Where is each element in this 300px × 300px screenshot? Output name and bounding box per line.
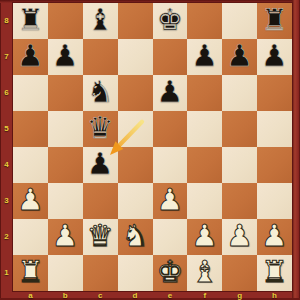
white-pawn-h2[interactable]: ♟ — [261, 221, 288, 251]
black-pawn-b7[interactable]: ♟ — [52, 41, 79, 71]
rank-label-5: 5 — [0, 125, 13, 133]
black-bishop-c8[interactable]: ♝ — [87, 5, 114, 35]
square-g8[interactable] — [222, 3, 257, 39]
white-queen-c2[interactable]: ♛ — [87, 221, 114, 251]
square-e1[interactable]: ♚ — [153, 255, 188, 291]
square-h8[interactable]: ♜ — [257, 3, 292, 39]
black-rook-h8[interactable]: ♜ — [261, 5, 288, 35]
square-e7[interactable] — [153, 39, 188, 75]
square-b4[interactable] — [48, 147, 83, 183]
square-h4[interactable] — [257, 147, 292, 183]
rank-label-4: 4 — [0, 161, 13, 169]
file-label-g: g — [222, 291, 257, 300]
square-b3[interactable] — [48, 183, 83, 219]
square-b1[interactable] — [48, 255, 83, 291]
file-labels: abcdefgh — [13, 291, 292, 300]
square-d5[interactable] — [118, 111, 153, 147]
black-queen-c5[interactable]: ♛ — [87, 113, 114, 143]
square-g2[interactable]: ♟ — [222, 219, 257, 255]
square-c3[interactable] — [83, 183, 118, 219]
rank-label-2: 2 — [0, 233, 13, 241]
square-d7[interactable] — [118, 39, 153, 75]
square-b7[interactable]: ♟ — [48, 39, 83, 75]
square-f6[interactable] — [187, 75, 222, 111]
square-e4[interactable] — [153, 147, 188, 183]
white-pawn-f2[interactable]: ♟ — [191, 221, 218, 251]
square-c7[interactable] — [83, 39, 118, 75]
square-a7[interactable]: ♟ — [13, 39, 48, 75]
square-g1[interactable] — [222, 255, 257, 291]
square-a4[interactable] — [13, 147, 48, 183]
file-label-d: d — [118, 291, 153, 300]
square-d6[interactable] — [118, 75, 153, 111]
square-f3[interactable] — [187, 183, 222, 219]
rank-label-6: 6 — [0, 89, 13, 97]
square-g6[interactable] — [222, 75, 257, 111]
square-d2[interactable]: ♞ — [118, 219, 153, 255]
square-f1[interactable]: ♝ — [187, 255, 222, 291]
square-e2[interactable] — [153, 219, 188, 255]
file-label-e: e — [153, 291, 188, 300]
white-bishop-f1[interactable]: ♝ — [191, 257, 218, 287]
square-c2[interactable]: ♛ — [83, 219, 118, 255]
file-label-f: f — [187, 291, 222, 300]
white-king-e1[interactable]: ♚ — [156, 257, 183, 287]
square-h5[interactable] — [257, 111, 292, 147]
chess-board[interactable]: ♜♝♚♜♟♟♟♟♟♞♟♛♟♟♟♟♛♞♟♟♟♜♚♝♜ — [13, 3, 292, 291]
square-h6[interactable] — [257, 75, 292, 111]
square-f5[interactable] — [187, 111, 222, 147]
file-label-a: a — [13, 291, 48, 300]
white-pawn-e3[interactable]: ♟ — [156, 185, 183, 215]
square-g7[interactable]: ♟ — [222, 39, 257, 75]
square-d3[interactable] — [118, 183, 153, 219]
black-pawn-h7[interactable]: ♟ — [261, 41, 288, 71]
square-a6[interactable] — [13, 75, 48, 111]
square-a3[interactable]: ♟ — [13, 183, 48, 219]
rank-label-7: 7 — [0, 53, 13, 61]
black-pawn-e6[interactable]: ♟ — [156, 77, 183, 107]
square-b8[interactable] — [48, 3, 83, 39]
square-e5[interactable] — [153, 111, 188, 147]
square-e6[interactable]: ♟ — [153, 75, 188, 111]
white-rook-h1[interactable]: ♜ — [261, 257, 288, 287]
black-king-e8[interactable]: ♚ — [156, 5, 183, 35]
white-pawn-b2[interactable]: ♟ — [52, 221, 79, 251]
square-c6[interactable]: ♞ — [83, 75, 118, 111]
square-b2[interactable]: ♟ — [48, 219, 83, 255]
black-pawn-c4[interactable]: ♟ — [87, 149, 114, 179]
black-rook-a8[interactable]: ♜ — [17, 5, 44, 35]
square-d8[interactable] — [118, 3, 153, 39]
square-a2[interactable] — [13, 219, 48, 255]
square-b6[interactable] — [48, 75, 83, 111]
square-e8[interactable]: ♚ — [153, 3, 188, 39]
square-d4[interactable] — [118, 147, 153, 183]
black-pawn-a7[interactable]: ♟ — [17, 41, 44, 71]
square-e3[interactable]: ♟ — [153, 183, 188, 219]
square-g4[interactable] — [222, 147, 257, 183]
square-c5[interactable]: ♛ — [83, 111, 118, 147]
square-c4[interactable]: ♟ — [83, 147, 118, 183]
file-label-h: h — [257, 291, 292, 300]
square-g5[interactable] — [222, 111, 257, 147]
file-label-c: c — [83, 291, 118, 300]
square-f8[interactable] — [187, 3, 222, 39]
white-pawn-a3[interactable]: ♟ — [17, 185, 44, 215]
square-a1[interactable]: ♜ — [13, 255, 48, 291]
white-knight-d2[interactable]: ♞ — [122, 221, 149, 251]
square-a5[interactable] — [13, 111, 48, 147]
square-c1[interactable] — [83, 255, 118, 291]
rank-labels: 87654321 — [0, 3, 13, 291]
board-frame-right — [292, 0, 300, 300]
square-h7[interactable]: ♟ — [257, 39, 292, 75]
black-knight-c6[interactable]: ♞ — [87, 77, 114, 107]
square-f2[interactable]: ♟ — [187, 219, 222, 255]
black-pawn-f7[interactable]: ♟ — [191, 41, 218, 71]
black-pawn-g7[interactable]: ♟ — [226, 41, 253, 71]
rank-label-1: 1 — [0, 269, 13, 277]
square-h2[interactable]: ♟ — [257, 219, 292, 255]
chess-board-window: ♜♝♚♜♟♟♟♟♟♞♟♛♟♟♟♟♛♞♟♟♟♜♚♝♜ 87654321 abcde… — [0, 0, 300, 300]
square-c8[interactable]: ♝ — [83, 3, 118, 39]
square-f4[interactable] — [187, 147, 222, 183]
square-b5[interactable] — [48, 111, 83, 147]
white-pawn-g2[interactable]: ♟ — [226, 221, 253, 251]
square-h1[interactable]: ♜ — [257, 255, 292, 291]
rank-label-3: 3 — [0, 197, 13, 205]
rank-label-8: 8 — [0, 17, 13, 25]
file-label-b: b — [48, 291, 83, 300]
square-f7[interactable]: ♟ — [187, 39, 222, 75]
square-g3[interactable] — [222, 183, 257, 219]
square-d1[interactable] — [118, 255, 153, 291]
white-rook-a1[interactable]: ♜ — [17, 257, 44, 287]
square-h3[interactable] — [257, 183, 292, 219]
square-a8[interactable]: ♜ — [13, 3, 48, 39]
